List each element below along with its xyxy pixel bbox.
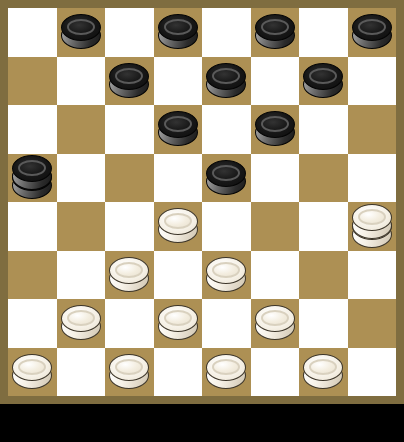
square-r5c6[interactable] <box>251 202 300 251</box>
checker-top <box>206 63 246 90</box>
square-r2c8 <box>348 57 397 106</box>
square-r1c3 <box>105 8 154 57</box>
square-r2c3[interactable] <box>105 57 154 106</box>
checker-layer <box>158 111 198 146</box>
checker-top <box>158 14 198 41</box>
checker-top <box>158 208 198 235</box>
checker-layer <box>109 257 149 292</box>
checker-top <box>255 14 295 41</box>
square-r4c6 <box>251 154 300 203</box>
light-man-piece[interactable] <box>158 305 198 341</box>
square-r8c5[interactable] <box>202 348 251 397</box>
dark-man-piece[interactable] <box>61 14 101 50</box>
light-man-piece[interactable] <box>12 354 52 390</box>
square-r8c4 <box>154 348 203 397</box>
square-r8c3[interactable] <box>105 348 154 397</box>
checker-top <box>352 14 392 41</box>
checker-layer <box>109 354 149 389</box>
checkers-board <box>0 0 404 404</box>
light-man-piece[interactable] <box>255 305 295 341</box>
square-r2c7[interactable] <box>299 57 348 106</box>
dark-king-piece[interactable] <box>12 155 52 200</box>
light-man-piece[interactable] <box>303 354 343 390</box>
checker-top <box>109 354 149 381</box>
square-r3c3 <box>105 105 154 154</box>
checker-layer <box>206 63 246 98</box>
checker-layer <box>255 305 295 340</box>
checker-layer <box>206 160 246 195</box>
square-r4c3[interactable] <box>105 154 154 203</box>
square-r6c6 <box>251 251 300 300</box>
checker-top <box>158 111 198 138</box>
dark-man-piece[interactable] <box>206 63 246 99</box>
square-r1c1 <box>8 8 57 57</box>
square-r4c5[interactable] <box>202 154 251 203</box>
square-r7c8[interactable] <box>348 299 397 348</box>
checker-layer <box>61 305 101 340</box>
checker-top <box>303 354 343 381</box>
checker-layer <box>61 14 101 49</box>
checker-layer <box>303 354 343 389</box>
light-king-piece[interactable] <box>352 204 392 249</box>
checker-top <box>206 354 246 381</box>
checker-layer <box>158 208 198 243</box>
square-r4c1[interactable] <box>8 154 57 203</box>
square-r5c5 <box>202 202 251 251</box>
dark-man-piece[interactable] <box>206 160 246 196</box>
square-r8c7[interactable] <box>299 348 348 397</box>
square-r2c2 <box>57 57 106 106</box>
square-r8c6 <box>251 348 300 397</box>
square-r4c8 <box>348 154 397 203</box>
square-r1c7 <box>299 8 348 57</box>
dark-man-piece[interactable] <box>352 14 392 50</box>
checker-top <box>61 305 101 332</box>
checker-top <box>12 354 52 381</box>
board-grid <box>8 8 396 396</box>
dark-man-piece[interactable] <box>158 14 198 50</box>
square-r3c8[interactable] <box>348 105 397 154</box>
square-r6c1[interactable] <box>8 251 57 300</box>
square-r4c7[interactable] <box>299 154 348 203</box>
square-r1c8[interactable] <box>348 8 397 57</box>
square-r7c4[interactable] <box>154 299 203 348</box>
bottom-strip <box>0 404 404 442</box>
dark-man-piece[interactable] <box>109 63 149 99</box>
dark-man-piece[interactable] <box>255 111 295 147</box>
checker-layer <box>158 14 198 49</box>
square-r8c2 <box>57 348 106 397</box>
square-r3c5 <box>202 105 251 154</box>
square-r7c2[interactable] <box>57 299 106 348</box>
square-r3c6[interactable] <box>251 105 300 154</box>
checker-layer <box>303 63 343 98</box>
square-r1c2[interactable] <box>57 8 106 57</box>
square-r8c1[interactable] <box>8 348 57 397</box>
square-r2c6 <box>251 57 300 106</box>
checker-layer <box>206 354 246 389</box>
checker-layer <box>255 14 295 49</box>
checker-layer <box>352 14 392 49</box>
square-r6c7[interactable] <box>299 251 348 300</box>
square-r3c4[interactable] <box>154 105 203 154</box>
checker-layer <box>12 354 52 389</box>
checker-top <box>255 305 295 332</box>
checker-layer <box>12 155 52 190</box>
square-r3c7 <box>299 105 348 154</box>
light-man-piece[interactable] <box>109 354 149 390</box>
square-r5c7 <box>299 202 348 251</box>
light-man-piece[interactable] <box>109 257 149 293</box>
checker-top <box>158 305 198 332</box>
square-r2c5[interactable] <box>202 57 251 106</box>
checker-top <box>352 204 392 231</box>
checker-top <box>109 63 149 90</box>
square-r6c3[interactable] <box>105 251 154 300</box>
checker-layer <box>158 305 198 340</box>
checker-top <box>61 14 101 41</box>
square-r7c5 <box>202 299 251 348</box>
square-r5c4[interactable] <box>154 202 203 251</box>
light-man-piece[interactable] <box>61 305 101 341</box>
square-r3c1 <box>8 105 57 154</box>
square-r4c4 <box>154 154 203 203</box>
square-r4c2 <box>57 154 106 203</box>
square-r1c4[interactable] <box>154 8 203 57</box>
checker-top <box>303 63 343 90</box>
checker-layer <box>255 111 295 146</box>
square-r6c5[interactable] <box>202 251 251 300</box>
square-r1c5 <box>202 8 251 57</box>
square-r1c6[interactable] <box>251 8 300 57</box>
square-r2c4 <box>154 57 203 106</box>
square-r7c1 <box>8 299 57 348</box>
light-man-piece[interactable] <box>206 354 246 390</box>
square-r7c6[interactable] <box>251 299 300 348</box>
checker-top <box>109 257 149 284</box>
checker-top <box>255 111 295 138</box>
square-r5c3 <box>105 202 154 251</box>
screen <box>0 0 404 442</box>
checker-top <box>206 257 246 284</box>
light-man-piece[interactable] <box>206 257 246 293</box>
dark-man-piece[interactable] <box>255 14 295 50</box>
square-r2c1[interactable] <box>8 57 57 106</box>
square-r7c7 <box>299 299 348 348</box>
square-r6c2 <box>57 251 106 300</box>
square-r5c8[interactable] <box>348 202 397 251</box>
checker-layer <box>352 204 392 239</box>
square-r5c2[interactable] <box>57 202 106 251</box>
checker-layer <box>109 63 149 98</box>
dark-man-piece[interactable] <box>303 63 343 99</box>
square-r6c4 <box>154 251 203 300</box>
square-r6c8 <box>348 251 397 300</box>
square-r7c3 <box>105 299 154 348</box>
checker-top <box>206 160 246 187</box>
dark-man-piece[interactable] <box>158 111 198 147</box>
square-r8c8 <box>348 348 397 397</box>
light-man-piece[interactable] <box>158 208 198 244</box>
square-r5c1 <box>8 202 57 251</box>
square-r3c2[interactable] <box>57 105 106 154</box>
checker-layer <box>206 257 246 292</box>
